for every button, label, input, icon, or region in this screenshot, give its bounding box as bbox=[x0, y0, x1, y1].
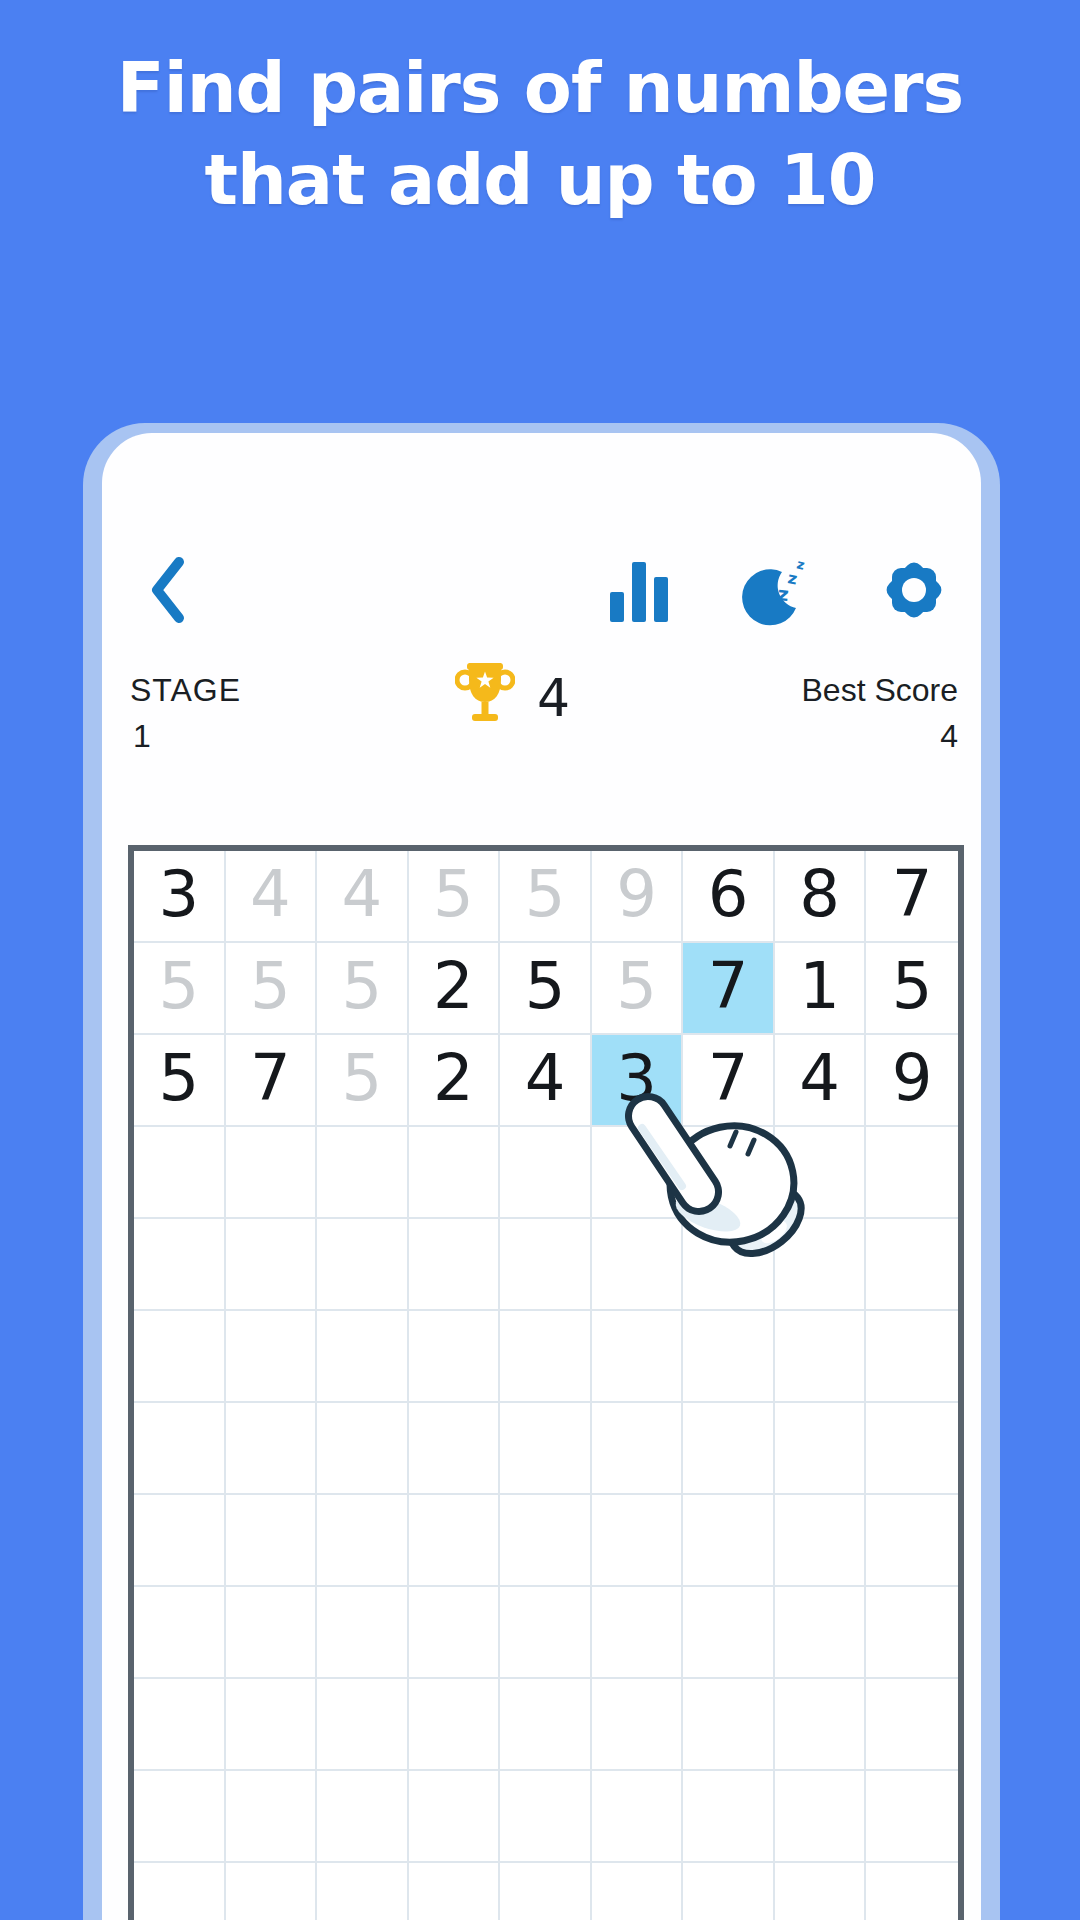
board-cell-r11-c0[interactable] bbox=[134, 1863, 226, 1920]
board-cell-r1-c7[interactable]: 1 bbox=[775, 943, 867, 1035]
best-score-label: Best Score bbox=[801, 674, 958, 706]
board-cell-r2-c5[interactable]: 3 bbox=[592, 1035, 684, 1127]
board-cell-r6-c0[interactable] bbox=[134, 1403, 226, 1495]
board-cell-r10-c7[interactable] bbox=[775, 1771, 867, 1863]
board-cell-r5-c0[interactable] bbox=[134, 1311, 226, 1403]
board-cell-r10-c4[interactable] bbox=[500, 1771, 592, 1863]
back-button[interactable] bbox=[148, 556, 188, 624]
board-cell-r5-c8[interactable] bbox=[866, 1311, 958, 1403]
board-cell-r3-c6[interactable] bbox=[683, 1127, 775, 1219]
board-cell-r6-c4[interactable] bbox=[500, 1403, 592, 1495]
board-cell-r1-c1[interactable]: 5 bbox=[226, 943, 318, 1035]
board-cell-r5-c4[interactable] bbox=[500, 1311, 592, 1403]
board-cell-r9-c2[interactable] bbox=[317, 1679, 409, 1771]
board-cell-r1-c3[interactable]: 2 bbox=[409, 943, 501, 1035]
board-cell-r10-c2[interactable] bbox=[317, 1771, 409, 1863]
moon-zzz-icon: z z z bbox=[738, 550, 812, 626]
stats-button[interactable] bbox=[610, 562, 668, 622]
board-cell-r2-c6[interactable]: 7 bbox=[683, 1035, 775, 1127]
board-cell-r11-c2[interactable] bbox=[317, 1863, 409, 1920]
board-cell-r1-c8[interactable]: 5 bbox=[866, 943, 958, 1035]
bar-chart-icon bbox=[610, 562, 668, 622]
board-cell-r0-c6[interactable]: 6 bbox=[683, 851, 775, 943]
board-cell-r3-c2[interactable] bbox=[317, 1127, 409, 1219]
board-cell-r1-c5[interactable]: 5 bbox=[592, 943, 684, 1035]
board-cell-r0-c5[interactable]: 9 bbox=[592, 851, 684, 943]
board-cell-r10-c0[interactable] bbox=[134, 1771, 226, 1863]
tutorial-title: Find pairs of numbers that add up to 10 bbox=[0, 42, 1080, 227]
board-cell-r3-c8[interactable] bbox=[866, 1127, 958, 1219]
board-cell-r4-c3[interactable] bbox=[409, 1219, 501, 1311]
board-cell-r11-c5[interactable] bbox=[592, 1863, 684, 1920]
board-cell-r8-c4[interactable] bbox=[500, 1587, 592, 1679]
board-cell-r0-c0[interactable]: 3 bbox=[134, 851, 226, 943]
board-cell-r7-c6[interactable] bbox=[683, 1495, 775, 1587]
board-cell-r1-c6[interactable]: 7 bbox=[683, 943, 775, 1035]
board-cell-r0-c4[interactable]: 5 bbox=[500, 851, 592, 943]
tutorial-title-line1: Find pairs of numbers bbox=[0, 42, 1080, 134]
board-cell-r1-c2[interactable]: 5 bbox=[317, 943, 409, 1035]
board-cell-r9-c3[interactable] bbox=[409, 1679, 501, 1771]
board-cell-r5-c3[interactable] bbox=[409, 1311, 501, 1403]
board-cell-r7-c3[interactable] bbox=[409, 1495, 501, 1587]
board-cell-r9-c6[interactable] bbox=[683, 1679, 775, 1771]
board-cell-r6-c3[interactable] bbox=[409, 1403, 501, 1495]
board-cell-r6-c5[interactable] bbox=[592, 1403, 684, 1495]
board-cell-r11-c3[interactable] bbox=[409, 1863, 501, 1920]
board-cell-r0-c2[interactable]: 4 bbox=[317, 851, 409, 943]
board-cell-r3-c3[interactable] bbox=[409, 1127, 501, 1219]
board-cell-r8-c7[interactable] bbox=[775, 1587, 867, 1679]
board-cell-r5-c5[interactable] bbox=[592, 1311, 684, 1403]
board-cell-r6-c8[interactable] bbox=[866, 1403, 958, 1495]
board-cell-r8-c5[interactable] bbox=[592, 1587, 684, 1679]
board-cell-r3-c4[interactable] bbox=[500, 1127, 592, 1219]
board-cell-r6-c7[interactable] bbox=[775, 1403, 867, 1495]
score-value: 4 bbox=[537, 672, 570, 724]
board-cell-r3-c7[interactable] bbox=[775, 1127, 867, 1219]
tutorial-title-line2: that add up to 10 bbox=[0, 134, 1080, 226]
board-cell-r5-c2[interactable] bbox=[317, 1311, 409, 1403]
board-cell-r11-c6[interactable] bbox=[683, 1863, 775, 1920]
board-cell-r8-c0[interactable] bbox=[134, 1587, 226, 1679]
board-cell-r6-c1[interactable] bbox=[226, 1403, 318, 1495]
board-cell-r2-c2[interactable]: 5 bbox=[317, 1035, 409, 1127]
board-cell-r7-c0[interactable] bbox=[134, 1495, 226, 1587]
board-cell-r0-c1[interactable]: 4 bbox=[226, 851, 318, 943]
board-cell-r1-c0[interactable]: 5 bbox=[134, 943, 226, 1035]
board-cell-r0-c7[interactable]: 8 bbox=[775, 851, 867, 943]
board-cell-r4-c5[interactable] bbox=[592, 1219, 684, 1311]
board-cell-r0-c3[interactable]: 5 bbox=[409, 851, 501, 943]
board-cell-r7-c4[interactable] bbox=[500, 1495, 592, 1587]
board-cell-r11-c4[interactable] bbox=[500, 1863, 592, 1920]
board-cell-r8-c6[interactable] bbox=[683, 1587, 775, 1679]
board-cell-r1-c4[interactable]: 5 bbox=[500, 943, 592, 1035]
board-cell-r6-c2[interactable] bbox=[317, 1403, 409, 1495]
stage-label: STAGE bbox=[130, 674, 241, 706]
board-cell-r9-c4[interactable] bbox=[500, 1679, 592, 1771]
chevron-left-icon bbox=[148, 556, 188, 624]
best-score-value: 4 bbox=[940, 720, 958, 752]
board-cell-r4-c7[interactable] bbox=[775, 1219, 867, 1311]
board-cell-r10-c1[interactable] bbox=[226, 1771, 318, 1863]
night-mode-button[interactable]: z z z bbox=[738, 550, 812, 626]
board-cell-r7-c1[interactable] bbox=[226, 1495, 318, 1587]
board-cell-r8-c2[interactable] bbox=[317, 1587, 409, 1679]
board-cell-r9-c0[interactable] bbox=[134, 1679, 226, 1771]
board-cell-r5-c6[interactable] bbox=[683, 1311, 775, 1403]
board-cell-r9-c7[interactable] bbox=[775, 1679, 867, 1771]
board-cell-r10-c3[interactable] bbox=[409, 1771, 501, 1863]
board-cell-r6-c6[interactable] bbox=[683, 1403, 775, 1495]
board-grid: 344559687555255715575243749 bbox=[128, 845, 964, 1920]
board-cell-r7-c8[interactable] bbox=[866, 1495, 958, 1587]
board-cell-r11-c8[interactable] bbox=[866, 1863, 958, 1920]
board-cell-r4-c0[interactable] bbox=[134, 1219, 226, 1311]
board-cell-r2-c3[interactable]: 2 bbox=[409, 1035, 501, 1127]
board-cell-r0-c8[interactable]: 7 bbox=[866, 851, 958, 943]
board-cell-r10-c8[interactable] bbox=[866, 1771, 958, 1863]
board-cell-r10-c5[interactable] bbox=[592, 1771, 684, 1863]
board-cell-r5-c1[interactable] bbox=[226, 1311, 318, 1403]
board-cell-r4-c8[interactable] bbox=[866, 1219, 958, 1311]
board-cell-r4-c4[interactable] bbox=[500, 1219, 592, 1311]
board-cell-r2-c7[interactable]: 4 bbox=[775, 1035, 867, 1127]
board-cell-r2-c8[interactable]: 9 bbox=[866, 1035, 958, 1127]
settings-button[interactable] bbox=[880, 556, 948, 624]
board-cell-r2-c4[interactable]: 4 bbox=[500, 1035, 592, 1127]
board-cell-r8-c8[interactable] bbox=[866, 1587, 958, 1679]
board-cell-r4-c1[interactable] bbox=[226, 1219, 318, 1311]
board-cell-r8-c3[interactable] bbox=[409, 1587, 501, 1679]
stage-value: 1 bbox=[133, 720, 151, 752]
board-cell-r11-c1[interactable] bbox=[226, 1863, 318, 1920]
trophy-icon bbox=[455, 660, 515, 730]
board-cell-r7-c5[interactable] bbox=[592, 1495, 684, 1587]
gear-icon bbox=[880, 556, 948, 624]
board-cell-r10-c6[interactable] bbox=[683, 1771, 775, 1863]
board-cell-r9-c1[interactable] bbox=[226, 1679, 318, 1771]
board-cell-r9-c5[interactable] bbox=[592, 1679, 684, 1771]
board-cell-r4-c2[interactable] bbox=[317, 1219, 409, 1311]
board-cell-r2-c0[interactable]: 5 bbox=[134, 1035, 226, 1127]
board-cell-r4-c6[interactable] bbox=[683, 1219, 775, 1311]
board-cell-r11-c7[interactable] bbox=[775, 1863, 867, 1920]
board-cell-r9-c8[interactable] bbox=[866, 1679, 958, 1771]
svg-text:z: z bbox=[777, 582, 790, 605]
board-cell-r3-c1[interactable] bbox=[226, 1127, 318, 1219]
board-cell-r8-c1[interactable] bbox=[226, 1587, 318, 1679]
board-cell-r2-c1[interactable]: 7 bbox=[226, 1035, 318, 1127]
board-cell-r5-c7[interactable] bbox=[775, 1311, 867, 1403]
board-cell-r3-c5[interactable] bbox=[592, 1127, 684, 1219]
board-cell-r7-c7[interactable] bbox=[775, 1495, 867, 1587]
board-cell-r7-c2[interactable] bbox=[317, 1495, 409, 1587]
board-cell-r3-c0[interactable] bbox=[134, 1127, 226, 1219]
